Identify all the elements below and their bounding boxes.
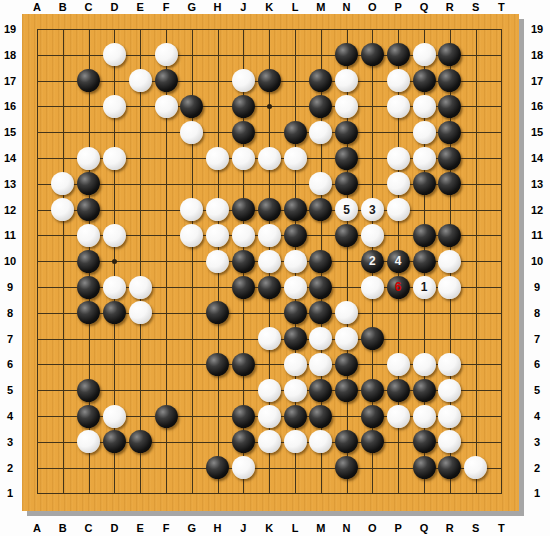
black-stone-C5[interactable] (77, 379, 100, 402)
black-stone-O3[interactable] (361, 430, 384, 453)
row-label-left-16: 16 (4, 100, 16, 112)
white-stone-K3[interactable] (258, 430, 281, 453)
row-label-right-9: 9 (534, 281, 540, 293)
move-number-3: 3 (369, 204, 376, 216)
column-label-top-O: O (368, 1, 377, 13)
black-stone-F17[interactable] (155, 69, 178, 92)
column-label-bottom-J: J (240, 522, 246, 534)
row-label-left-2: 2 (7, 462, 13, 474)
row-label-left-19: 19 (4, 23, 16, 35)
white-stone-D4[interactable] (103, 405, 126, 428)
black-stone-J3[interactable] (232, 430, 255, 453)
white-stone-P14[interactable] (387, 147, 410, 170)
white-stone-K7[interactable] (258, 327, 281, 350)
black-stone-O18[interactable] (361, 43, 384, 66)
white-stone-P6[interactable] (387, 353, 410, 376)
column-label-bottom-C: C (85, 522, 93, 534)
black-stone-C10[interactable] (77, 250, 100, 273)
white-stone-D11[interactable] (103, 224, 126, 247)
column-label-top-H: H (214, 1, 222, 13)
white-stone-Q15[interactable] (413, 121, 436, 144)
white-stone-C11[interactable] (77, 224, 100, 247)
white-stone-R4[interactable] (438, 405, 461, 428)
row-label-right-5: 5 (534, 384, 540, 396)
white-stone-G15[interactable] (180, 121, 203, 144)
black-stone-H6[interactable] (206, 353, 229, 376)
move-number-5: 5 (343, 204, 350, 216)
column-label-top-S: S (472, 1, 479, 13)
column-label-bottom-L: L (292, 522, 299, 534)
row-label-right-15: 15 (531, 126, 543, 138)
white-stone-K10[interactable] (258, 250, 281, 273)
black-stone-Q17[interactable] (413, 69, 436, 92)
row-label-right-4: 4 (534, 410, 540, 422)
row-label-right-17: 17 (531, 75, 543, 87)
move-number-6: 6 (395, 281, 402, 293)
black-stone-G16[interactable] (180, 95, 203, 118)
row-label-left-12: 12 (4, 204, 16, 216)
black-stone-M4[interactable] (309, 405, 332, 428)
black-stone-L12[interactable] (284, 198, 307, 221)
white-stone-N17[interactable] (335, 69, 358, 92)
column-label-top-N: N (343, 1, 351, 13)
black-stone-R11[interactable] (438, 224, 461, 247)
column-label-bottom-K: K (265, 522, 273, 534)
column-label-bottom-E: E (137, 522, 144, 534)
column-label-top-K: K (265, 1, 273, 13)
column-label-top-G: G (188, 1, 197, 13)
column-label-top-T: T (498, 1, 505, 13)
black-stone-R17[interactable] (438, 69, 461, 92)
black-stone-N5[interactable] (335, 379, 358, 402)
black-stone-C9[interactable] (77, 276, 100, 299)
row-label-right-7: 7 (534, 333, 540, 345)
black-stone-D3[interactable] (103, 430, 126, 453)
go-board[interactable]: 532461 (22, 14, 519, 511)
white-stone-L6[interactable] (284, 353, 307, 376)
move-number-1: 1 (421, 281, 428, 293)
black-stone-K9[interactable] (258, 276, 281, 299)
white-stone-G12[interactable] (180, 198, 203, 221)
black-stone-F4[interactable] (155, 405, 178, 428)
white-stone-D14[interactable] (103, 147, 126, 170)
row-label-left-5: 5 (7, 384, 13, 396)
black-stone-Q13[interactable] (413, 172, 436, 195)
white-stone-S2[interactable] (464, 456, 487, 479)
black-stone-C13[interactable] (77, 172, 100, 195)
white-stone-K14[interactable] (258, 147, 281, 170)
column-label-top-L: L (292, 1, 299, 13)
black-stone-M8[interactable] (309, 301, 332, 324)
white-stone-H14[interactable] (206, 147, 229, 170)
white-stone-E17[interactable] (129, 69, 152, 92)
white-stone-Q6[interactable] (413, 353, 436, 376)
black-stone-L8[interactable] (284, 301, 307, 324)
column-label-top-J: J (240, 1, 246, 13)
white-stone-M7[interactable] (309, 327, 332, 350)
white-stone-R9[interactable] (438, 276, 461, 299)
black-stone-Q3[interactable] (413, 430, 436, 453)
column-label-bottom-A: A (33, 522, 41, 534)
black-stone-N2[interactable] (335, 456, 358, 479)
black-stone-K12[interactable] (258, 198, 281, 221)
black-stone-R2[interactable] (438, 456, 461, 479)
row-label-left-10: 10 (4, 255, 16, 267)
white-stone-C14[interactable] (77, 147, 100, 170)
row-label-left-17: 17 (4, 75, 16, 87)
black-stone-R14[interactable] (438, 147, 461, 170)
white-stone-K11[interactable] (258, 224, 281, 247)
black-stone-O7[interactable] (361, 327, 384, 350)
white-stone-P12[interactable] (387, 198, 410, 221)
black-stone-L4[interactable] (284, 405, 307, 428)
column-label-top-A: A (33, 1, 41, 13)
white-stone-H10[interactable] (206, 250, 229, 273)
white-stone-Q4[interactable] (413, 405, 436, 428)
row-label-right-6: 6 (534, 358, 540, 370)
white-stone-R3[interactable] (438, 430, 461, 453)
row-label-right-12: 12 (531, 204, 543, 216)
white-stone-B13[interactable] (51, 172, 74, 195)
white-stone-O9[interactable] (361, 276, 384, 299)
row-label-left-7: 7 (7, 333, 13, 345)
black-stone-K17[interactable] (258, 69, 281, 92)
white-stone-H11[interactable] (206, 224, 229, 247)
black-stone-N15[interactable] (335, 121, 358, 144)
white-stone-N16[interactable] (335, 95, 358, 118)
white-stone-L9[interactable] (284, 276, 307, 299)
white-stone-J11[interactable] (232, 224, 255, 247)
black-stone-N13[interactable] (335, 172, 358, 195)
black-stone-Q2[interactable] (413, 456, 436, 479)
black-stone-N18[interactable] (335, 43, 358, 66)
black-stone-J10[interactable] (232, 250, 255, 273)
row-label-left-4: 4 (7, 410, 13, 422)
row-label-left-11: 11 (4, 229, 16, 241)
white-stone-Q16[interactable] (413, 95, 436, 118)
column-label-bottom-O: O (368, 522, 377, 534)
white-stone-C3[interactable] (77, 430, 100, 453)
white-stone-L14[interactable] (284, 147, 307, 170)
black-stone-H2[interactable] (206, 456, 229, 479)
column-label-bottom-T: T (498, 522, 505, 534)
white-stone-H12[interactable] (206, 198, 229, 221)
row-label-left-1: 1 (7, 487, 13, 499)
column-label-top-C: C (85, 1, 93, 13)
row-label-left-13: 13 (4, 178, 16, 190)
column-label-bottom-Q: Q (420, 522, 429, 534)
star-point (112, 259, 117, 264)
white-stone-G11[interactable] (180, 224, 203, 247)
black-stone-R18[interactable] (438, 43, 461, 66)
white-stone-L10[interactable] (284, 250, 307, 273)
white-stone-N8[interactable] (335, 301, 358, 324)
column-label-bottom-R: R (446, 522, 454, 534)
black-stone-M16[interactable] (309, 95, 332, 118)
row-label-left-14: 14 (4, 152, 16, 164)
black-stone-J6[interactable] (232, 353, 255, 376)
white-stone-Q18[interactable] (413, 43, 436, 66)
black-stone-R16[interactable] (438, 95, 461, 118)
star-point (267, 104, 272, 109)
column-label-bottom-G: G (188, 522, 197, 534)
black-stone-P18[interactable] (387, 43, 410, 66)
black-stone-J9[interactable] (232, 276, 255, 299)
row-label-left-8: 8 (7, 307, 13, 319)
row-label-right-14: 14 (531, 152, 543, 164)
black-stone-M10[interactable] (309, 250, 332, 273)
white-stone-K5[interactable] (258, 379, 281, 402)
black-stone-N6[interactable] (335, 353, 358, 376)
white-stone-E8[interactable] (129, 301, 152, 324)
white-stone-M6[interactable] (309, 353, 332, 376)
column-label-top-F: F (163, 1, 170, 13)
move-number-4: 4 (395, 255, 402, 267)
row-label-right-18: 18 (531, 49, 543, 61)
white-stone-Q14[interactable] (413, 147, 436, 170)
white-stone-L3[interactable] (284, 430, 307, 453)
black-stone-M5[interactable] (309, 379, 332, 402)
black-stone-L15[interactable] (284, 121, 307, 144)
white-stone-P17[interactable] (387, 69, 410, 92)
black-stone-J15[interactable] (232, 121, 255, 144)
white-stone-N12[interactable]: 5 (335, 198, 358, 221)
black-stone-H8[interactable] (206, 301, 229, 324)
row-label-right-11: 11 (531, 229, 543, 241)
white-stone-L5[interactable] (284, 379, 307, 402)
column-label-bottom-F: F (163, 522, 170, 534)
grid-line-horizontal (37, 493, 502, 494)
grid-line-vertical (476, 29, 477, 494)
white-stone-R5[interactable] (438, 379, 461, 402)
black-stone-J12[interactable] (232, 198, 255, 221)
black-stone-N11[interactable] (335, 224, 358, 247)
black-stone-O4[interactable] (361, 405, 384, 428)
white-stone-P4[interactable] (387, 405, 410, 428)
black-stone-P9[interactable]: 6 (387, 276, 410, 299)
white-stone-M13[interactable] (309, 172, 332, 195)
black-stone-L11[interactable] (284, 224, 307, 247)
column-label-top-M: M (316, 1, 325, 13)
column-label-bottom-M: M (316, 522, 325, 534)
white-stone-J14[interactable] (232, 147, 255, 170)
grid-line-vertical (501, 29, 502, 494)
black-stone-E3[interactable] (129, 430, 152, 453)
white-stone-R6[interactable] (438, 353, 461, 376)
black-stone-N3[interactable] (335, 430, 358, 453)
white-stone-B12[interactable] (51, 198, 74, 221)
white-stone-Q9[interactable]: 1 (413, 276, 436, 299)
black-stone-M9[interactable] (309, 276, 332, 299)
black-stone-Q10[interactable] (413, 250, 436, 273)
black-stone-P5[interactable] (387, 379, 410, 402)
column-label-top-D: D (110, 1, 118, 13)
row-label-right-16: 16 (531, 100, 543, 112)
column-label-top-Q: Q (420, 1, 429, 13)
column-label-top-B: B (59, 1, 67, 13)
row-label-left-15: 15 (4, 126, 16, 138)
white-stone-P16[interactable] (387, 95, 410, 118)
row-label-right-13: 13 (531, 178, 543, 190)
white-stone-F16[interactable] (155, 95, 178, 118)
column-label-bottom-B: B (59, 522, 67, 534)
black-stone-O5[interactable] (361, 379, 384, 402)
column-label-bottom-S: S (472, 522, 479, 534)
black-stone-Q5[interactable] (413, 379, 436, 402)
white-stone-M15[interactable] (309, 121, 332, 144)
row-label-right-3: 3 (534, 436, 540, 448)
white-stone-P13[interactable] (387, 172, 410, 195)
row-label-right-8: 8 (534, 307, 540, 319)
white-stone-O12[interactable]: 3 (361, 198, 384, 221)
move-number-2: 2 (369, 255, 376, 267)
row-label-right-1: 1 (534, 487, 540, 499)
white-stone-K4[interactable] (258, 405, 281, 428)
column-label-top-E: E (137, 1, 144, 13)
row-label-left-3: 3 (7, 436, 13, 448)
white-stone-D16[interactable] (103, 95, 126, 118)
black-stone-R13[interactable] (438, 172, 461, 195)
row-label-right-2: 2 (534, 462, 540, 474)
black-stone-C17[interactable] (77, 69, 100, 92)
go-game-screenshot: 532461 AABBCCDDEEFFGGHHJJKKLLMMNNOOPPQQR… (0, 0, 550, 536)
white-stone-R10[interactable] (438, 250, 461, 273)
black-stone-N14[interactable] (335, 147, 358, 170)
column-label-bottom-D: D (110, 522, 118, 534)
white-stone-D18[interactable] (103, 43, 126, 66)
white-stone-J17[interactable] (232, 69, 255, 92)
column-label-bottom-N: N (343, 522, 351, 534)
black-stone-C4[interactable] (77, 405, 100, 428)
black-stone-M17[interactable] (309, 69, 332, 92)
black-stone-P10[interactable]: 4 (387, 250, 410, 273)
black-stone-C12[interactable] (77, 198, 100, 221)
black-stone-L7[interactable] (284, 327, 307, 350)
black-stone-D8[interactable] (103, 301, 126, 324)
column-label-bottom-H: H (214, 522, 222, 534)
column-label-bottom-P: P (395, 522, 402, 534)
row-label-left-18: 18 (4, 49, 16, 61)
row-label-right-19: 19 (531, 23, 543, 35)
black-stone-M12[interactable] (309, 198, 332, 221)
white-stone-M3[interactable] (309, 430, 332, 453)
white-stone-J2[interactable] (232, 456, 255, 479)
white-stone-F18[interactable] (155, 43, 178, 66)
row-label-left-6: 6 (7, 358, 13, 370)
black-stone-Q11[interactable] (413, 224, 436, 247)
white-stone-N7[interactable] (335, 327, 358, 350)
white-stone-D9[interactable] (103, 276, 126, 299)
row-label-left-9: 9 (7, 281, 13, 293)
column-label-top-P: P (395, 1, 402, 13)
white-stone-O11[interactable] (361, 224, 384, 247)
black-stone-R15[interactable] (438, 121, 461, 144)
black-stone-C8[interactable] (77, 301, 100, 324)
white-stone-E9[interactable] (129, 276, 152, 299)
row-label-right-10: 10 (531, 255, 543, 267)
black-stone-O10[interactable]: 2 (361, 250, 384, 273)
column-label-top-R: R (446, 1, 454, 13)
black-stone-J4[interactable] (232, 405, 255, 428)
black-stone-J16[interactable] (232, 95, 255, 118)
